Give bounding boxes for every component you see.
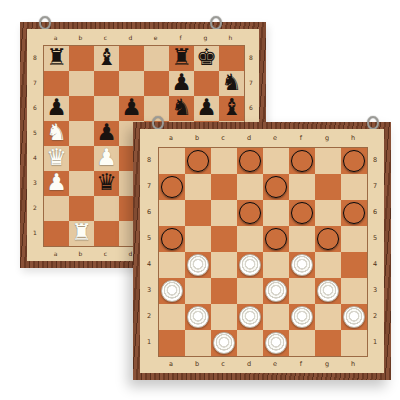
checkers-square-h7 <box>341 174 367 200</box>
coordinate-label: 6 <box>243 95 259 120</box>
black-chess-piece-p-a6: ♟ <box>46 96 67 119</box>
coordinate-label: 5 <box>366 225 384 251</box>
checkers-square-e2 <box>263 304 289 330</box>
black-chess-piece-k-g8: ♚ <box>196 46 217 69</box>
checkers-square-g6 <box>315 200 341 226</box>
checkers-square-a2 <box>159 304 185 330</box>
checkers-square-h2 <box>341 304 367 330</box>
checkers-square-b7 <box>185 174 211 200</box>
checkers-square-e4 <box>263 252 289 278</box>
checkers-square-g1 <box>315 330 341 356</box>
coordinate-label: 6 <box>140 199 158 225</box>
checkers-square-f1 <box>289 330 315 356</box>
coordinate-label: g <box>314 129 340 147</box>
white-checker-man-d4 <box>239 254 261 276</box>
checkers-square-b4 <box>185 252 211 278</box>
checkers-square-g8 <box>315 148 341 174</box>
white-checker-man-g3 <box>317 280 339 302</box>
checkers-square-d3 <box>237 278 263 304</box>
coordinate-label: e <box>262 355 288 373</box>
black-chess-piece-q-c3: ♛ <box>96 171 117 194</box>
checkers-square-g3 <box>315 278 341 304</box>
checkers-square-f5 <box>289 226 315 252</box>
chess-square-a1 <box>44 221 69 246</box>
coordinate-label: a <box>43 29 68 45</box>
checkers-square-g5 <box>315 226 341 252</box>
checkers-square-a8 <box>159 148 185 174</box>
chess-square-c6 <box>94 96 119 121</box>
coordinate-label: 7 <box>140 173 158 199</box>
checkers-square-d2 <box>237 304 263 330</box>
coordinate-label: f <box>288 129 314 147</box>
coordinate-label: 2 <box>27 195 43 220</box>
checkers-board-grid <box>158 147 368 357</box>
checkers-square-f7 <box>289 174 315 200</box>
checkers-rank-labels-left: 87654321 <box>140 147 158 355</box>
coordinate-label: d <box>118 29 143 45</box>
coordinate-label: 6 <box>366 199 384 225</box>
black-chess-piece-n-f6: ♞ <box>171 96 192 119</box>
checkers-square-c2 <box>211 304 237 330</box>
white-checker-man-d2 <box>239 306 261 328</box>
checkers-file-labels-bottom: abcdefgh <box>158 355 366 373</box>
black-checker-man-f6 <box>291 202 313 224</box>
white-checker-man-f2 <box>291 306 313 328</box>
chess-square-b4 <box>69 146 94 171</box>
black-checker-man-f8 <box>291 150 313 172</box>
coordinate-label: 4 <box>27 145 43 170</box>
black-chess-piece-p-f7: ♟ <box>171 71 192 94</box>
black-chess-piece-n-h7: ♞ <box>221 71 242 94</box>
checkers-square-e1 <box>263 330 289 356</box>
black-checker-man-a7 <box>161 176 183 198</box>
coordinate-label: g <box>193 29 218 45</box>
white-checker-man-b2 <box>187 306 209 328</box>
coordinate-label: f <box>168 29 193 45</box>
black-checker-man-d8 <box>239 150 261 172</box>
checkers-square-c4 <box>211 252 237 278</box>
chess-square-c3: ♛ <box>94 171 119 196</box>
checkers-board-face: abcdefgh abcdefgh 87654321 87654321 <box>140 129 384 373</box>
hanging-ring-icon <box>152 116 164 130</box>
checkers-square-g4 <box>315 252 341 278</box>
coordinate-label: 7 <box>27 70 43 95</box>
checkers-square-d5 <box>237 226 263 252</box>
coordinate-label: 3 <box>140 277 158 303</box>
chess-square-b1: ♜ <box>69 221 94 246</box>
checkers-square-g2 <box>315 304 341 330</box>
black-chess-piece-p-c5: ♟ <box>96 121 117 144</box>
black-checker-man-h6 <box>343 202 365 224</box>
checkers-square-e5 <box>263 226 289 252</box>
chess-square-e7 <box>144 71 169 96</box>
chess-square-c4: ♟ <box>94 146 119 171</box>
coordinate-label: 2 <box>140 303 158 329</box>
chess-square-c8: ♝ <box>94 46 119 71</box>
checkers-square-b5 <box>185 226 211 252</box>
chess-square-b6 <box>69 96 94 121</box>
checkers-square-h4 <box>341 252 367 278</box>
checkers-square-h5 <box>341 226 367 252</box>
chess-file-labels-top: abcdefgh <box>43 29 243 45</box>
black-chess-piece-r-f8: ♜ <box>171 46 192 69</box>
black-chess-piece-p-d6: ♟ <box>121 96 142 119</box>
checkers-square-e3 <box>263 278 289 304</box>
white-checker-man-b4 <box>187 254 209 276</box>
coordinate-label: 8 <box>366 147 384 173</box>
coordinate-label: c <box>210 355 236 373</box>
chess-square-a3: ♟ <box>44 171 69 196</box>
chess-square-f6: ♞ <box>169 96 194 121</box>
coordinate-label: 5 <box>140 225 158 251</box>
coordinate-label: b <box>184 355 210 373</box>
chess-square-b5 <box>69 121 94 146</box>
coordinate-label: a <box>158 129 184 147</box>
black-chess-piece-b-c8: ♝ <box>96 46 117 69</box>
coordinate-label: a <box>43 245 68 261</box>
coordinate-label: 6 <box>27 95 43 120</box>
coordinate-label: g <box>314 355 340 373</box>
checkers-square-c7 <box>211 174 237 200</box>
black-checker-man-g5 <box>317 228 339 250</box>
checkers-square-a4 <box>159 252 185 278</box>
chess-square-d8 <box>119 46 144 71</box>
coordinate-label: e <box>143 29 168 45</box>
chess-square-g6: ♟ <box>194 96 219 121</box>
black-checker-man-e5 <box>265 228 287 250</box>
checkers-square-f2 <box>289 304 315 330</box>
coordinate-label: 7 <box>366 173 384 199</box>
white-chess-piece-q-a4: ♛ <box>46 146 67 169</box>
checkers-square-c5 <box>211 226 237 252</box>
hanging-ring-icon <box>367 116 379 130</box>
white-checker-man-e1 <box>265 332 287 354</box>
white-checker-man-a3 <box>161 280 183 302</box>
coordinate-label: a <box>158 355 184 373</box>
chess-square-h8 <box>219 46 244 71</box>
hanging-ring-icon <box>210 16 222 30</box>
checkers-square-a3 <box>159 278 185 304</box>
white-chess-piece-r-b1: ♜ <box>71 221 92 244</box>
chess-square-c7 <box>94 71 119 96</box>
black-chess-piece-b-h6: ♝ <box>221 96 242 119</box>
chess-square-a2 <box>44 196 69 221</box>
checkers-square-c6 <box>211 200 237 226</box>
coordinate-label: 2 <box>366 303 384 329</box>
black-chess-piece-p-g6: ♟ <box>196 96 217 119</box>
checkers-square-b6 <box>185 200 211 226</box>
white-checker-man-f4 <box>291 254 313 276</box>
checkers-rank-labels-right: 87654321 <box>366 147 384 355</box>
checkers-square-d7 <box>237 174 263 200</box>
coordinate-label: h <box>340 355 366 373</box>
checkers-square-d4 <box>237 252 263 278</box>
chess-square-a7 <box>44 71 69 96</box>
white-chess-piece-p-c4: ♟ <box>96 146 117 169</box>
chess-square-b7 <box>69 71 94 96</box>
coordinate-label: 1 <box>27 220 43 245</box>
coordinate-label: e <box>262 129 288 147</box>
coordinate-label: b <box>184 129 210 147</box>
checkers-square-h3 <box>341 278 367 304</box>
coordinate-label: d <box>236 129 262 147</box>
hanging-ring-icon <box>39 16 51 30</box>
white-checker-man-e3 <box>265 280 287 302</box>
coordinate-label: 8 <box>140 147 158 173</box>
white-checker-man-c1 <box>213 332 235 354</box>
checkers-square-e8 <box>263 148 289 174</box>
black-checker-man-e7 <box>265 176 287 198</box>
coordinate-label: f <box>288 355 314 373</box>
chess-square-a4: ♛ <box>44 146 69 171</box>
checkers-square-h1 <box>341 330 367 356</box>
coordinate-label: 8 <box>27 45 43 70</box>
chess-square-d7 <box>119 71 144 96</box>
chess-square-c1 <box>94 221 119 246</box>
checkers-file-labels-top: abcdefgh <box>158 129 366 147</box>
coordinate-label: 4 <box>366 251 384 277</box>
coordinate-label: c <box>210 129 236 147</box>
checkers-square-c1 <box>211 330 237 356</box>
checkers-square-a7 <box>159 174 185 200</box>
checkers-square-e7 <box>263 174 289 200</box>
chess-square-a8: ♜ <box>44 46 69 71</box>
chess-square-a5: ♞ <box>44 121 69 146</box>
chess-square-h7: ♞ <box>219 71 244 96</box>
checkers-square-d6 <box>237 200 263 226</box>
checkers-square-b8 <box>185 148 211 174</box>
checkers-demo-board: abcdefgh abcdefgh 87654321 87654321 <box>133 122 391 380</box>
coordinate-label: c <box>93 245 118 261</box>
checkers-square-h8 <box>341 148 367 174</box>
coordinate-label: 5 <box>27 120 43 145</box>
chess-square-b3 <box>69 171 94 196</box>
checkers-square-f8 <box>289 148 315 174</box>
coordinate-label: 7 <box>243 70 259 95</box>
checkers-square-f4 <box>289 252 315 278</box>
black-checker-man-h8 <box>343 150 365 172</box>
checkers-square-f3 <box>289 278 315 304</box>
coordinate-label: b <box>68 29 93 45</box>
black-checker-man-a5 <box>161 228 183 250</box>
black-checker-man-b8 <box>187 150 209 172</box>
coordinate-label: 1 <box>366 329 384 355</box>
chess-square-c5: ♟ <box>94 121 119 146</box>
white-chess-piece-n-a5: ♞ <box>46 121 67 144</box>
checkers-square-a1 <box>159 330 185 356</box>
checkers-square-c3 <box>211 278 237 304</box>
chess-square-b8 <box>69 46 94 71</box>
checkers-square-b3 <box>185 278 211 304</box>
coordinate-label: d <box>236 355 262 373</box>
coordinate-label: h <box>340 129 366 147</box>
coordinate-label: 8 <box>243 45 259 70</box>
black-chess-piece-r-a8: ♜ <box>46 46 67 69</box>
black-checker-man-d6 <box>239 202 261 224</box>
checkers-square-b1 <box>185 330 211 356</box>
chess-square-a6: ♟ <box>44 96 69 121</box>
chess-square-g8: ♚ <box>194 46 219 71</box>
coordinate-label: 3 <box>366 277 384 303</box>
checkers-square-a5 <box>159 226 185 252</box>
checkers-square-b2 <box>185 304 211 330</box>
coordinate-label: 4 <box>140 251 158 277</box>
checkers-square-f6 <box>289 200 315 226</box>
chess-square-b2 <box>69 196 94 221</box>
checkers-square-g7 <box>315 174 341 200</box>
checkers-square-d1 <box>237 330 263 356</box>
checkers-square-a6 <box>159 200 185 226</box>
white-chess-piece-p-a3: ♟ <box>46 171 67 194</box>
product-photo-scene: abcdefgh abcdefgh 87654321 87654321 ♜♝♜♚… <box>0 0 400 400</box>
chess-square-g7 <box>194 71 219 96</box>
checkers-square-d8 <box>237 148 263 174</box>
chess-square-e8 <box>144 46 169 71</box>
coordinate-label: h <box>218 29 243 45</box>
coordinate-label: b <box>68 245 93 261</box>
chess-square-c2 <box>94 196 119 221</box>
chess-rank-labels-left: 87654321 <box>27 45 43 245</box>
checkers-square-c8 <box>211 148 237 174</box>
chess-square-d6: ♟ <box>119 96 144 121</box>
checkers-square-h6 <box>341 200 367 226</box>
coordinate-label: 3 <box>27 170 43 195</box>
white-checker-man-h2 <box>343 306 365 328</box>
coordinate-label: c <box>93 29 118 45</box>
chess-square-h6: ♝ <box>219 96 244 121</box>
chess-square-f7: ♟ <box>169 71 194 96</box>
checkers-square-e6 <box>263 200 289 226</box>
chess-square-f8: ♜ <box>169 46 194 71</box>
coordinate-label: 1 <box>140 329 158 355</box>
